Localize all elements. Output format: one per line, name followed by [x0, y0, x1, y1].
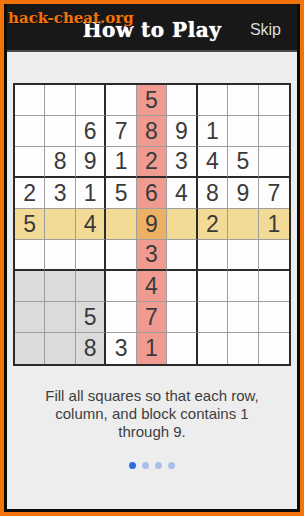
cell-r8c2 [45, 302, 75, 333]
cell-r6c1 [15, 240, 45, 271]
cell-r2c6: 9 [167, 116, 197, 147]
instruction-line: Fill all squares so that each row, [45, 387, 258, 405]
cell-r5c4 [106, 209, 136, 240]
cell-r9c5: 1 [137, 333, 167, 364]
cell-r1c2 [45, 85, 75, 116]
cell-r2c3: 6 [76, 116, 106, 147]
cell-r8c6 [167, 302, 197, 333]
sudoku-board: 5678918912345231564897549213457831 [13, 83, 291, 366]
cell-r2c1 [15, 116, 45, 147]
cell-r4c7: 8 [198, 178, 228, 209]
cell-r4c3: 1 [76, 178, 106, 209]
cell-r9c1 [15, 333, 45, 364]
cell-r8c7 [198, 302, 228, 333]
page-indicator [129, 462, 175, 469]
cell-r3c1 [15, 147, 45, 178]
cell-r1c7 [198, 85, 228, 116]
cell-r9c9 [259, 333, 289, 364]
cell-r9c8 [228, 333, 258, 364]
cell-r1c3 [76, 85, 106, 116]
instruction-line: column, and block contains 1 [45, 405, 258, 423]
cell-r1c8 [228, 85, 258, 116]
app-window: How to Play Skip 56789189123452315648975… [0, 0, 304, 516]
cell-r7c4 [106, 271, 136, 302]
cell-r4c2: 3 [45, 178, 75, 209]
cell-r7c6 [167, 271, 197, 302]
page-dot-4[interactable] [168, 462, 175, 469]
cell-r6c5: 3 [137, 240, 167, 271]
cell-r8c9 [259, 302, 289, 333]
cell-r3c6: 3 [167, 147, 197, 178]
cell-r7c2 [45, 271, 75, 302]
tutorial-screen: 5678918912345231564897549213457831 Fill … [7, 52, 297, 509]
cell-r5c5: 9 [137, 209, 167, 240]
cell-r7c9 [259, 271, 289, 302]
cell-r5c3: 4 [76, 209, 106, 240]
cell-r6c3 [76, 240, 106, 271]
cell-r5c2 [45, 209, 75, 240]
cell-r5c7: 2 [198, 209, 228, 240]
cell-r9c2 [45, 333, 75, 364]
cell-r8c8 [228, 302, 258, 333]
cell-r9c7 [198, 333, 228, 364]
cell-r2c7: 1 [198, 116, 228, 147]
cell-r4c8: 9 [228, 178, 258, 209]
cell-r6c2 [45, 240, 75, 271]
cell-r4c6: 4 [167, 178, 197, 209]
cell-r9c4: 3 [106, 333, 136, 364]
cell-r5c6 [167, 209, 197, 240]
cell-r1c5: 5 [137, 85, 167, 116]
cell-r3c5: 2 [137, 147, 167, 178]
cell-r8c5: 7 [137, 302, 167, 333]
cell-r3c9 [259, 147, 289, 178]
cell-r7c1 [15, 271, 45, 302]
cell-r2c2 [45, 116, 75, 147]
cell-r1c1 [15, 85, 45, 116]
page-dot-2[interactable] [142, 462, 149, 469]
cell-r6c9 [259, 240, 289, 271]
cell-r6c8 [228, 240, 258, 271]
cell-r6c7 [198, 240, 228, 271]
cell-r6c4 [106, 240, 136, 271]
cell-r4c4: 5 [106, 178, 136, 209]
page-dot-1[interactable] [129, 462, 136, 469]
cell-r3c7: 4 [198, 147, 228, 178]
cell-r3c2: 8 [45, 147, 75, 178]
page-dot-3[interactable] [155, 462, 162, 469]
cell-r4c5: 6 [137, 178, 167, 209]
cell-r7c3 [76, 271, 106, 302]
cell-r5c1: 5 [15, 209, 45, 240]
cell-r2c4: 7 [106, 116, 136, 147]
cell-r1c6 [167, 85, 197, 116]
cell-r5c9: 1 [259, 209, 289, 240]
cell-r8c3: 5 [76, 302, 106, 333]
cell-r3c4: 1 [106, 147, 136, 178]
watermark: hack-cheat.org [8, 9, 134, 27]
cell-r7c7 [198, 271, 228, 302]
cell-r1c4 [106, 85, 136, 116]
cell-r3c3: 9 [76, 147, 106, 178]
cell-r8c1 [15, 302, 45, 333]
cell-r5c8 [228, 209, 258, 240]
cell-r2c8 [228, 116, 258, 147]
cell-r3c8: 5 [228, 147, 258, 178]
cell-r2c5: 8 [137, 116, 167, 147]
cell-r1c9 [259, 85, 289, 116]
skip-button[interactable]: Skip [246, 19, 285, 41]
cell-r2c9 [259, 116, 289, 147]
cell-r9c6 [167, 333, 197, 364]
cell-r7c5: 4 [137, 271, 167, 302]
cell-r9c3: 8 [76, 333, 106, 364]
cell-r8c4 [106, 302, 136, 333]
cell-r6c6 [167, 240, 197, 271]
app-content: How to Play Skip 56789189123452315648975… [4, 4, 300, 512]
cell-r4c1: 2 [15, 178, 45, 209]
instruction-line: through 9. [45, 423, 258, 441]
cell-r7c8 [228, 271, 258, 302]
cell-r4c9: 7 [259, 178, 289, 209]
instruction-text: Fill all squares so that each row, colum… [45, 387, 258, 441]
